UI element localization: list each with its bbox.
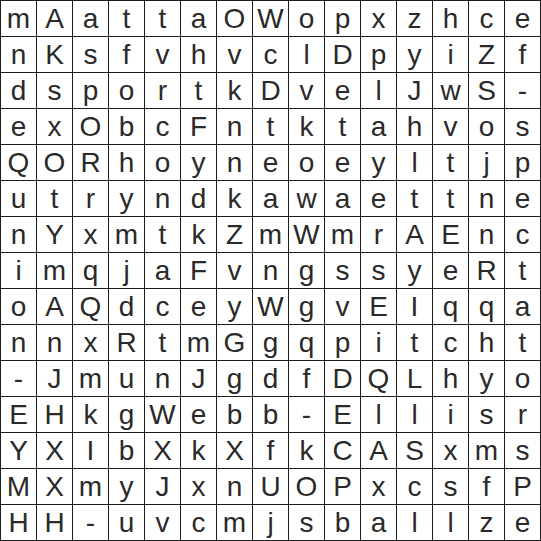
grid-cell-r10c10[interactable]: p [325, 325, 360, 360]
grid-cell-r2c6[interactable]: h [181, 37, 216, 72]
grid-cell-r11c3[interactable]: m [73, 361, 108, 396]
grid-cell-r11c6[interactable]: J [181, 361, 216, 396]
grid-cell-r12c1[interactable]: E [1, 397, 36, 432]
grid-cell-r12c9[interactable]: - [289, 397, 324, 432]
grid-cell-r11c12[interactable]: L [397, 361, 432, 396]
grid-cell-r11c2[interactable]: J [37, 361, 72, 396]
grid-cell-r12c14[interactable]: s [469, 397, 504, 432]
grid-cell-r15c13[interactable]: l [433, 505, 468, 540]
grid-cell-r1c5[interactable]: t [145, 1, 180, 36]
grid-cell-r9c11[interactable]: E [361, 289, 396, 324]
grid-cell-r15c2[interactable]: H [37, 505, 72, 540]
grid-cell-r13c9[interactable]: k [289, 433, 324, 468]
grid-cell-r10c5[interactable]: t [145, 325, 180, 360]
grid-cell-r2c8[interactable]: c [253, 37, 288, 72]
grid-cell-r13c7[interactable]: X [217, 433, 252, 468]
grid-cell-r11c9[interactable]: f [289, 361, 324, 396]
grid-cell-r2c13[interactable]: i [433, 37, 468, 72]
grid-cell-r6c6[interactable]: d [181, 181, 216, 216]
grid-cell-r12c4[interactable]: g [109, 397, 144, 432]
grid-cell-r13c13[interactable]: x [433, 433, 468, 468]
grid-cell-r12c8[interactable]: b [253, 397, 288, 432]
grid-cell-r6c13[interactable]: t [433, 181, 468, 216]
grid-cell-r3c7[interactable]: k [217, 73, 252, 108]
grid-cell-r6c8[interactable]: a [253, 181, 288, 216]
grid-cell-r14c10[interactable]: P [325, 469, 360, 504]
grid-cell-r12c15[interactable]: r [505, 397, 540, 432]
grid-cell-r11c5[interactable]: n [145, 361, 180, 396]
grid-cell-r7c1[interactable]: n [1, 217, 36, 252]
grid-cell-r2c4[interactable]: f [109, 37, 144, 72]
grid-cell-r15c9[interactable]: s [289, 505, 324, 540]
grid-cell-r9c5[interactable]: c [145, 289, 180, 324]
grid-cell-r5c3[interactable]: R [73, 145, 108, 180]
grid-cell-r14c5[interactable]: J [145, 469, 180, 504]
grid-cell-r8c14[interactable]: R [469, 253, 504, 288]
grid-cell-r8c8[interactable]: n [253, 253, 288, 288]
grid-cell-r13c5[interactable]: X [145, 433, 180, 468]
grid-cell-r10c1[interactable]: n [1, 325, 36, 360]
grid-cell-r1c7[interactable]: O [217, 1, 252, 36]
grid-cell-r3c8[interactable]: D [253, 73, 288, 108]
grid-cell-r11c10[interactable]: D [325, 361, 360, 396]
grid-cell-r13c11[interactable]: A [361, 433, 396, 468]
grid-cell-r10c11[interactable]: i [361, 325, 396, 360]
grid-cell-r3c4[interactable]: o [109, 73, 144, 108]
grid-cell-r9c8[interactable]: W [253, 289, 288, 324]
grid-cell-r3c6[interactable]: t [181, 73, 216, 108]
grid-cell-r1c12[interactable]: z [397, 1, 432, 36]
grid-cell-r2c11[interactable]: p [361, 37, 396, 72]
grid-cell-r2c14[interactable]: Z [469, 37, 504, 72]
grid-cell-r6c15[interactable]: e [505, 181, 540, 216]
grid-cell-r11c13[interactable]: h [433, 361, 468, 396]
grid-cell-r14c12[interactable]: c [397, 469, 432, 504]
grid-cell-r5c14[interactable]: j [469, 145, 504, 180]
grid-cell-r5c5[interactable]: o [145, 145, 180, 180]
grid-cell-r6c5[interactable]: n [145, 181, 180, 216]
grid-cell-r13c15[interactable]: s [505, 433, 540, 468]
grid-cell-r1c13[interactable]: h [433, 1, 468, 36]
grid-cell-r13c10[interactable]: C [325, 433, 360, 468]
grid-cell-r3c10[interactable]: e [325, 73, 360, 108]
word-search-grid: mAattaOWopxzhcenKsfvhvclDpyiZfdsportkDve… [0, 0, 541, 541]
grid-cell-r11c15[interactable]: o [505, 361, 540, 396]
grid-cell-r13c2[interactable]: X [37, 433, 72, 468]
grid-cell-r6c1[interactable]: u [1, 181, 36, 216]
grid-cell-r1c9[interactable]: o [289, 1, 324, 36]
grid-cell-r8c2[interactable]: m [37, 253, 72, 288]
grid-cell-r1c14[interactable]: c [469, 1, 504, 36]
grid-cell-r7c10[interactable]: m [325, 217, 360, 252]
grid-cell-r5c7[interactable]: n [217, 145, 252, 180]
grid-cell-r15c10[interactable]: b [325, 505, 360, 540]
grid-cell-r11c4[interactable]: u [109, 361, 144, 396]
grid-cell-r13c12[interactable]: S [397, 433, 432, 468]
grid-cell-r3c5[interactable]: r [145, 73, 180, 108]
grid-cell-r2c15[interactable]: f [505, 37, 540, 72]
grid-cell-r8c1[interactable]: i [1, 253, 36, 288]
grid-cell-r10c15[interactable]: t [505, 325, 540, 360]
grid-cell-r1c2[interactable]: A [37, 1, 72, 36]
grid-cell-r7c15[interactable]: c [505, 217, 540, 252]
grid-cell-r6c7[interactable]: k [217, 181, 252, 216]
grid-cell-r6c11[interactable]: e [361, 181, 396, 216]
grid-cell-r11c1[interactable]: - [1, 361, 36, 396]
grid-cell-r12c10[interactable]: E [325, 397, 360, 432]
grid-cell-r14c13[interactable]: s [433, 469, 468, 504]
grid-cell-r8c4[interactable]: j [109, 253, 144, 288]
grid-cell-r10c6[interactable]: m [181, 325, 216, 360]
grid-cell-r15c15[interactable]: e [505, 505, 540, 540]
grid-cell-r14c6[interactable]: x [181, 469, 216, 504]
grid-cell-r5c13[interactable]: t [433, 145, 468, 180]
grid-cell-r13c8[interactable]: f [253, 433, 288, 468]
grid-cell-r4c9[interactable]: k [289, 109, 324, 144]
grid-cell-r3c3[interactable]: p [73, 73, 108, 108]
grid-cell-r14c11[interactable]: x [361, 469, 396, 504]
grid-cell-r3c13[interactable]: w [433, 73, 468, 108]
grid-cell-r9c13[interactable]: q [433, 289, 468, 324]
grid-cell-r15c3[interactable]: - [73, 505, 108, 540]
grid-cell-r10c12[interactable]: t [397, 325, 432, 360]
grid-cell-r4c8[interactable]: t [253, 109, 288, 144]
grid-cell-r13c4[interactable]: b [109, 433, 144, 468]
grid-cell-r4c10[interactable]: t [325, 109, 360, 144]
grid-cell-r14c9[interactable]: O [289, 469, 324, 504]
grid-cell-r1c15[interactable]: e [505, 1, 540, 36]
grid-cell-r1c3[interactable]: a [73, 1, 108, 36]
grid-cell-r4c7[interactable]: n [217, 109, 252, 144]
grid-cell-r8c5[interactable]: a [145, 253, 180, 288]
grid-cell-r3c1[interactable]: d [1, 73, 36, 108]
grid-cell-r13c1[interactable]: Y [1, 433, 36, 468]
grid-cell-r5c10[interactable]: e [325, 145, 360, 180]
grid-cell-r5c4[interactable]: h [109, 145, 144, 180]
grid-cell-r12c2[interactable]: H [37, 397, 72, 432]
grid-cell-r13c14[interactable]: m [469, 433, 504, 468]
grid-cell-r6c14[interactable]: n [469, 181, 504, 216]
grid-cell-r10c13[interactable]: c [433, 325, 468, 360]
grid-cell-r15c6[interactable]: c [181, 505, 216, 540]
grid-cell-r10c4[interactable]: R [109, 325, 144, 360]
grid-cell-r13c3[interactable]: I [73, 433, 108, 468]
grid-cell-r2c1[interactable]: n [1, 37, 36, 72]
grid-cell-r4c15[interactable]: s [505, 109, 540, 144]
grid-cell-r5c9[interactable]: o [289, 145, 324, 180]
grid-cell-r9c2[interactable]: A [37, 289, 72, 324]
grid-cell-r7c5[interactable]: t [145, 217, 180, 252]
grid-cell-r9c9[interactable]: g [289, 289, 324, 324]
grid-cell-r12c7[interactable]: b [217, 397, 252, 432]
grid-cell-r15c1[interactable]: H [1, 505, 36, 540]
grid-cell-r8c9[interactable]: g [289, 253, 324, 288]
grid-cell-r9c10[interactable]: v [325, 289, 360, 324]
grid-cell-r12c6[interactable]: e [181, 397, 216, 432]
grid-cell-r2c10[interactable]: D [325, 37, 360, 72]
grid-cell-r12c3[interactable]: k [73, 397, 108, 432]
grid-cell-r8c11[interactable]: s [361, 253, 396, 288]
grid-cell-r14c15[interactable]: P [505, 469, 540, 504]
grid-cell-r10c9[interactable]: q [289, 325, 324, 360]
grid-cell-r7c2[interactable]: Y [37, 217, 72, 252]
grid-cell-r4c4[interactable]: b [109, 109, 144, 144]
grid-cell-r6c3[interactable]: r [73, 181, 108, 216]
grid-cell-r10c3[interactable]: x [73, 325, 108, 360]
grid-cell-r4c2[interactable]: x [37, 109, 72, 144]
grid-cell-r13c6[interactable]: k [181, 433, 216, 468]
grid-cell-r2c3[interactable]: s [73, 37, 108, 72]
grid-cell-r7c6[interactable]: k [181, 217, 216, 252]
grid-cell-r8c7[interactable]: v [217, 253, 252, 288]
grid-cell-r8c6[interactable]: F [181, 253, 216, 288]
grid-cell-r7c7[interactable]: Z [217, 217, 252, 252]
grid-cell-r10c7[interactable]: G [217, 325, 252, 360]
grid-cell-r6c12[interactable]: t [397, 181, 432, 216]
grid-cell-r4c11[interactable]: a [361, 109, 396, 144]
grid-cell-r9c7[interactable]: y [217, 289, 252, 324]
grid-cell-r6c9[interactable]: w [289, 181, 324, 216]
grid-cell-r2c9[interactable]: l [289, 37, 324, 72]
grid-cell-r1c10[interactable]: p [325, 1, 360, 36]
grid-cell-r9c4[interactable]: d [109, 289, 144, 324]
grid-cell-r1c4[interactable]: t [109, 1, 144, 36]
grid-cell-r1c6[interactable]: a [181, 1, 216, 36]
grid-cell-r11c11[interactable]: Q [361, 361, 396, 396]
grid-cell-r5c1[interactable]: Q [1, 145, 36, 180]
grid-cell-r5c6[interactable]: y [181, 145, 216, 180]
grid-cell-r14c3[interactable]: m [73, 469, 108, 504]
grid-cell-r7c4[interactable]: m [109, 217, 144, 252]
grid-cell-r3c15[interactable]: - [505, 73, 540, 108]
grid-cell-r2c7[interactable]: v [217, 37, 252, 72]
grid-cell-r15c8[interactable]: j [253, 505, 288, 540]
grid-cell-r5c12[interactable]: l [397, 145, 432, 180]
grid-cell-r7c13[interactable]: E [433, 217, 468, 252]
grid-cell-r7c12[interactable]: A [397, 217, 432, 252]
grid-cell-r8c10[interactable]: s [325, 253, 360, 288]
grid-cell-r14c7[interactable]: n [217, 469, 252, 504]
grid-cell-r4c14[interactable]: o [469, 109, 504, 144]
grid-cell-r12c11[interactable]: l [361, 397, 396, 432]
grid-cell-r9c6[interactable]: e [181, 289, 216, 324]
grid-cell-r9c15[interactable]: a [505, 289, 540, 324]
grid-cell-r9c14[interactable]: q [469, 289, 504, 324]
grid-cell-r14c14[interactable]: f [469, 469, 504, 504]
grid-cell-r5c2[interactable]: O [37, 145, 72, 180]
grid-cell-r4c13[interactable]: v [433, 109, 468, 144]
grid-cell-r15c5[interactable]: v [145, 505, 180, 540]
grid-cell-r11c14[interactable]: y [469, 361, 504, 396]
grid-cell-r3c11[interactable]: l [361, 73, 396, 108]
grid-cell-r4c3[interactable]: O [73, 109, 108, 144]
grid-cell-r8c15[interactable]: t [505, 253, 540, 288]
grid-cell-r9c1[interactable]: o [1, 289, 36, 324]
grid-cell-r1c1[interactable]: m [1, 1, 36, 36]
grid-cell-r10c8[interactable]: g [253, 325, 288, 360]
grid-cell-r1c11[interactable]: x [361, 1, 396, 36]
grid-cell-r2c2[interactable]: K [37, 37, 72, 72]
grid-cell-r4c6[interactable]: F [181, 109, 216, 144]
grid-cell-r14c2[interactable]: X [37, 469, 72, 504]
grid-cell-r12c5[interactable]: W [145, 397, 180, 432]
grid-cell-r2c5[interactable]: v [145, 37, 180, 72]
grid-cell-r8c3[interactable]: q [73, 253, 108, 288]
grid-cell-r1c8[interactable]: W [253, 1, 288, 36]
grid-cell-r6c4[interactable]: y [109, 181, 144, 216]
grid-cell-r12c12[interactable]: l [397, 397, 432, 432]
grid-cell-r5c11[interactable]: y [361, 145, 396, 180]
grid-cell-r9c12[interactable]: I [397, 289, 432, 324]
grid-cell-r8c13[interactable]: e [433, 253, 468, 288]
grid-cell-r7c9[interactable]: W [289, 217, 324, 252]
grid-cell-r14c8[interactable]: U [253, 469, 288, 504]
grid-cell-r14c4[interactable]: y [109, 469, 144, 504]
grid-cell-r6c10[interactable]: a [325, 181, 360, 216]
grid-cell-r15c4[interactable]: u [109, 505, 144, 540]
grid-cell-r14c1[interactable]: M [1, 469, 36, 504]
grid-cell-r6c2[interactable]: t [37, 181, 72, 216]
grid-cell-r10c14[interactable]: h [469, 325, 504, 360]
grid-cell-r8c12[interactable]: y [397, 253, 432, 288]
grid-cell-r10c2[interactable]: n [37, 325, 72, 360]
grid-cell-r7c14[interactable]: n [469, 217, 504, 252]
grid-cell-r5c8[interactable]: e [253, 145, 288, 180]
grid-cell-r15c12[interactable]: l [397, 505, 432, 540]
grid-cell-r7c3[interactable]: x [73, 217, 108, 252]
grid-cell-r11c7[interactable]: g [217, 361, 252, 396]
grid-cell-r7c11[interactable]: r [361, 217, 396, 252]
grid-cell-r12c13[interactable]: i [433, 397, 468, 432]
grid-cell-r4c5[interactable]: c [145, 109, 180, 144]
grid-cell-r3c14[interactable]: S [469, 73, 504, 108]
grid-cell-r15c14[interactable]: z [469, 505, 504, 540]
grid-cell-r3c9[interactable]: v [289, 73, 324, 108]
grid-cell-r4c12[interactable]: h [397, 109, 432, 144]
grid-cell-r2c12[interactable]: y [397, 37, 432, 72]
grid-cell-r11c8[interactable]: d [253, 361, 288, 396]
grid-cell-r3c12[interactable]: J [397, 73, 432, 108]
grid-cell-r3c2[interactable]: s [37, 73, 72, 108]
grid-cell-r15c11[interactable]: a [361, 505, 396, 540]
grid-cell-r5c15[interactable]: p [505, 145, 540, 180]
grid-cell-r15c7[interactable]: m [217, 505, 252, 540]
grid-cell-r9c3[interactable]: Q [73, 289, 108, 324]
grid-cell-r4c1[interactable]: e [1, 109, 36, 144]
grid-cell-r7c8[interactable]: m [253, 217, 288, 252]
